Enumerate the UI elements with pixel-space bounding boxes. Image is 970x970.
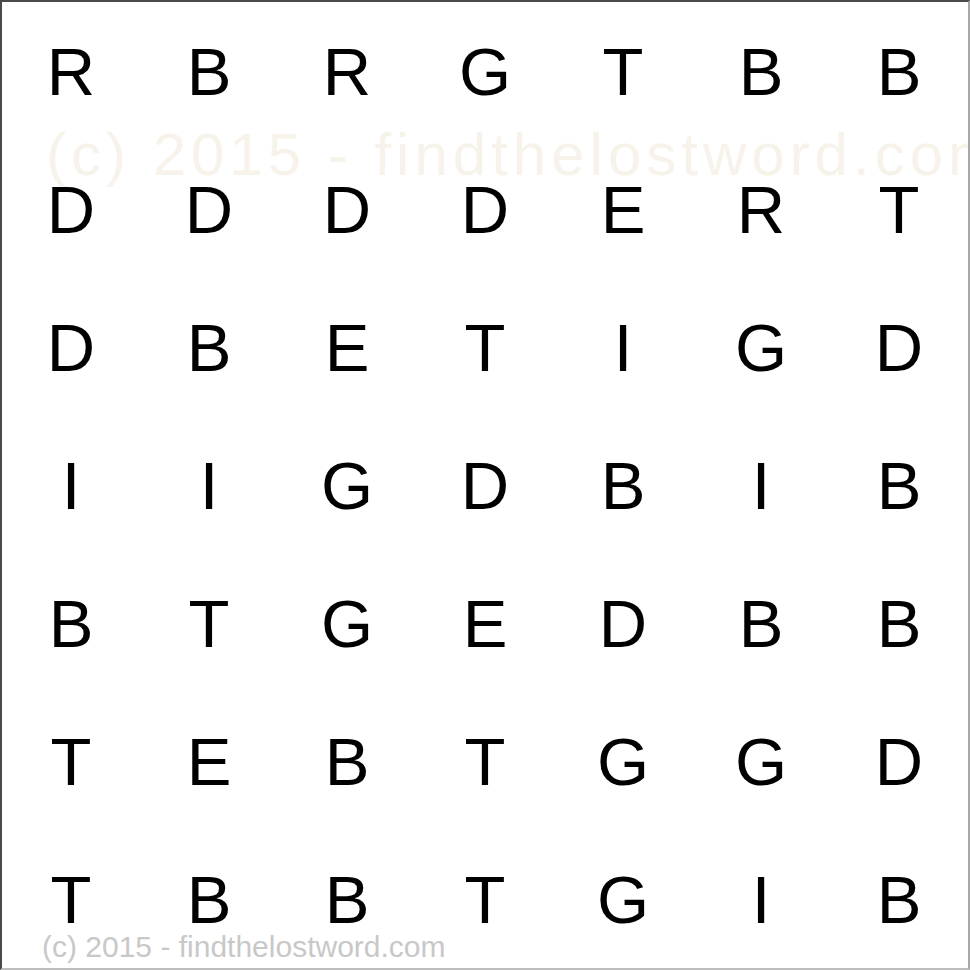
grid-cell-r2c4[interactable]: D <box>416 140 554 278</box>
grid-cell-r2c3[interactable]: D <box>278 140 416 278</box>
grid-cell-r3c3[interactable]: E <box>278 278 416 416</box>
letter-grid: RBRGTBBDDDDERTDBETIGDIIGDBIBBTGEDBBTEBTG… <box>2 2 968 968</box>
grid-cell-r3c7[interactable]: D <box>830 278 968 416</box>
grid-cell-r2c5[interactable]: E <box>554 140 692 278</box>
grid-cell-r2c7[interactable]: T <box>830 140 968 278</box>
grid-cell-r4c7[interactable]: B <box>830 416 968 554</box>
grid-cell-r3c1[interactable]: D <box>2 278 140 416</box>
grid-cell-r5c4[interactable]: E <box>416 554 554 692</box>
grid-cell-r4c3[interactable]: G <box>278 416 416 554</box>
grid-cell-r6c1[interactable]: T <box>2 692 140 830</box>
grid-cell-r1c4[interactable]: G <box>416 2 554 140</box>
grid-cell-r1c6[interactable]: B <box>692 2 830 140</box>
grid-cell-r6c2[interactable]: E <box>140 692 278 830</box>
grid-cell-r1c2[interactable]: B <box>140 2 278 140</box>
grid-cell-r2c6[interactable]: R <box>692 140 830 278</box>
word-search-board: (c) 2015 - findthelostword.com RBRGTBBDD… <box>0 0 970 970</box>
copyright-footer: (c) 2015 - findthelostword.com <box>42 930 446 964</box>
grid-cell-r3c4[interactable]: T <box>416 278 554 416</box>
grid-cell-r4c1[interactable]: I <box>2 416 140 554</box>
grid-cell-r6c7[interactable]: D <box>830 692 968 830</box>
grid-cell-r3c2[interactable]: B <box>140 278 278 416</box>
grid-cell-r1c3[interactable]: R <box>278 2 416 140</box>
grid-cell-r5c7[interactable]: B <box>830 554 968 692</box>
grid-cell-r7c7[interactable]: B <box>830 830 968 968</box>
grid-cell-r1c1[interactable]: R <box>2 2 140 140</box>
grid-cell-r5c2[interactable]: T <box>140 554 278 692</box>
grid-cell-r5c1[interactable]: B <box>2 554 140 692</box>
grid-cell-r5c5[interactable]: D <box>554 554 692 692</box>
grid-cell-r6c6[interactable]: G <box>692 692 830 830</box>
grid-cell-r7c5[interactable]: G <box>554 830 692 968</box>
grid-cell-r4c2[interactable]: I <box>140 416 278 554</box>
grid-cell-r3c5[interactable]: I <box>554 278 692 416</box>
grid-cell-r5c6[interactable]: B <box>692 554 830 692</box>
grid-cell-r6c5[interactable]: G <box>554 692 692 830</box>
grid-cell-r6c3[interactable]: B <box>278 692 416 830</box>
grid-cell-r4c4[interactable]: D <box>416 416 554 554</box>
grid-cell-r1c5[interactable]: T <box>554 2 692 140</box>
grid-cell-r3c6[interactable]: G <box>692 278 830 416</box>
grid-cell-r4c5[interactable]: B <box>554 416 692 554</box>
grid-cell-r1c7[interactable]: B <box>830 2 968 140</box>
grid-cell-r6c4[interactable]: T <box>416 692 554 830</box>
grid-cell-r2c2[interactable]: D <box>140 140 278 278</box>
grid-cell-r2c1[interactable]: D <box>2 140 140 278</box>
grid-cell-r7c6[interactable]: I <box>692 830 830 968</box>
grid-cell-r4c6[interactable]: I <box>692 416 830 554</box>
grid-cell-r5c3[interactable]: G <box>278 554 416 692</box>
